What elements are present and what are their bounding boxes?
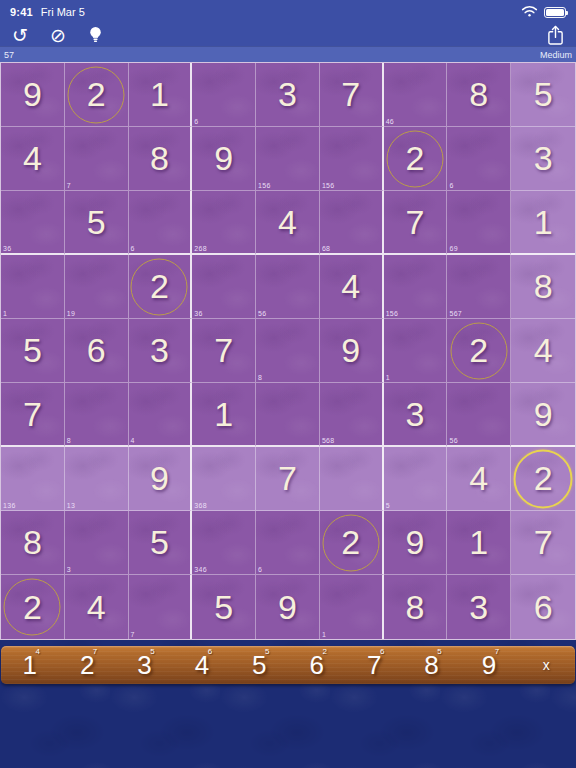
cell-r1c1[interactable]: 9 (1, 63, 65, 127)
cell-r2c3[interactable]: 8 (129, 127, 193, 191)
sudoku-board: 9216374685478915615626336562684687691119… (0, 62, 576, 640)
cell-r1c7[interactable]: 46 (384, 63, 448, 127)
cell-r1c3[interactable]: 1 (129, 63, 193, 127)
pencil-marks: 68 (322, 245, 330, 252)
cell-r2c8[interactable]: 6 (447, 127, 511, 191)
cell-r1c9[interactable]: 5 (511, 63, 575, 127)
cell-value: 4 (65, 575, 128, 639)
date-label: Fri Mar 5 (41, 6, 85, 18)
pencil-marks: 346 (194, 566, 207, 573)
cell-value: 9 (129, 447, 191, 510)
pencil-marks: 567 (449, 310, 462, 317)
cell-r7c6[interactable] (320, 447, 384, 511)
cell-r5c9[interactable]: 4 (511, 319, 575, 383)
cell-value: 9 (511, 383, 575, 445)
digit-placed-count: 4 (35, 647, 39, 656)
cell-r3c5[interactable]: 4 (256, 191, 320, 255)
cell-value: 8 (129, 127, 191, 190)
cell-value: 2 (65, 63, 128, 126)
info-bar: 57 Medium (0, 46, 576, 62)
cell-value: 3 (384, 383, 447, 445)
pencil-marks: 368 (194, 502, 207, 509)
pencil-marks: 7 (67, 182, 71, 189)
cell-value: 7 (511, 511, 575, 574)
cell-r5c1[interactable]: 5 (1, 319, 65, 383)
cell-value: 2 (1, 575, 64, 639)
digit-button-9[interactable]: 97 (460, 646, 517, 684)
cell-r2c7[interactable]: 2 (384, 127, 448, 191)
cell-r2c2[interactable]: 7 (65, 127, 129, 191)
cell-r6c7[interactable]: 3 (384, 383, 448, 447)
pencil-marks: 156 (258, 182, 271, 189)
cell-r6c2[interactable]: 8 (65, 383, 129, 447)
cell-r4c4[interactable]: 36 (192, 255, 256, 319)
digit-placed-count: 6 (380, 647, 384, 656)
digit-placed-count: 7 (495, 647, 499, 656)
cell-r7c5[interactable]: 7 (256, 447, 320, 511)
pencil-marks: 1 (322, 631, 326, 638)
cell-value: 2 (447, 319, 510, 382)
cell-r3c1[interactable]: 36 (1, 191, 65, 255)
cell-value: 5 (511, 63, 575, 126)
cell-r5c5[interactable]: 8 (256, 319, 320, 383)
cell-r4c2[interactable]: 19 (65, 255, 129, 319)
cell-value: 3 (256, 63, 319, 126)
pencil-marks: 156 (322, 182, 335, 189)
cell-r5c3[interactable]: 3 (129, 319, 193, 383)
cell-r6c8[interactable]: 56 (447, 383, 511, 447)
pencil-marks: 6 (258, 566, 262, 573)
cell-r7c3[interactable]: 9 (129, 447, 193, 511)
close-pad-button[interactable]: x (518, 646, 575, 684)
cell-r3c9[interactable]: 1 (511, 191, 575, 255)
pencil-marks: 6 (131, 245, 135, 252)
cell-r4c1[interactable]: 1 (1, 255, 65, 319)
cell-value: 8 (447, 63, 510, 126)
pencil-marks: 19 (67, 310, 75, 317)
cell-value: 3 (511, 127, 575, 190)
digit-button-6[interactable]: 62 (288, 646, 345, 684)
wifi-icon (521, 5, 538, 19)
cell-value: 4 (447, 447, 510, 510)
cell-value: 8 (384, 575, 447, 639)
cell-r4c8[interactable]: 567 (447, 255, 511, 319)
cell-value: 7 (384, 191, 447, 253)
pencil-marks: 56 (449, 437, 457, 444)
cell-value: 9 (384, 511, 447, 574)
cell-value: 1 (447, 511, 510, 574)
cell-r5c2[interactable]: 6 (65, 319, 129, 383)
cell-r8c9[interactable]: 7 (511, 511, 575, 575)
cell-value: 3 (129, 319, 191, 382)
cell-r2c1[interactable]: 4 (1, 127, 65, 191)
pencil-marks: 1 (3, 310, 7, 317)
cell-r3c4[interactable]: 268 (192, 191, 256, 255)
cell-r9c9[interactable]: 6 (511, 575, 575, 639)
cell-value: 9 (256, 575, 319, 639)
cell-r9c2[interactable]: 4 (65, 575, 129, 639)
cell-r6c4[interactable]: 1 (192, 383, 256, 447)
cell-r7c8[interactable]: 4 (447, 447, 511, 511)
cell-value: 4 (256, 191, 319, 253)
cell-r9c6[interactable]: 1 (320, 575, 384, 639)
undo-button[interactable]: ↺ (12, 26, 28, 45)
cell-r8c4[interactable]: 346 (192, 511, 256, 575)
erase-button[interactable]: ⊘ (50, 26, 66, 45)
clock: 9:41 (10, 6, 33, 18)
cell-value: 5 (1, 319, 64, 382)
cell-r7c2[interactable]: 13 (65, 447, 129, 511)
cell-value: 3 (447, 575, 510, 639)
counter-label: 57 (4, 50, 14, 60)
digit-button-2[interactable]: 27 (58, 646, 115, 684)
cell-r4c5[interactable]: 56 (256, 255, 320, 319)
cell-r8c3[interactable]: 5 (129, 511, 193, 575)
pencil-marks: 4 (131, 437, 135, 444)
cell-value: 2 (320, 511, 382, 574)
cell-r9c5[interactable]: 9 (256, 575, 320, 639)
pencil-marks: 6 (449, 182, 453, 189)
cell-r1c2[interactable]: 2 (65, 63, 129, 127)
cell-r1c4[interactable]: 6 (192, 63, 256, 127)
digit-placed-count: 7 (93, 647, 97, 656)
digit-placed-count: 5 (265, 647, 269, 656)
pencil-marks: 69 (449, 245, 457, 252)
cell-r6c9[interactable]: 9 (511, 383, 575, 447)
cell-value: 5 (192, 575, 255, 639)
cell-r2c5[interactable]: 156 (256, 127, 320, 191)
pencil-marks: 8 (258, 374, 262, 381)
cell-r5c4[interactable]: 7 (192, 319, 256, 383)
cell-r1c6[interactable]: 7 (320, 63, 384, 127)
cell-r6c6[interactable]: 568 (320, 383, 384, 447)
cell-r3c3[interactable]: 6 (129, 191, 193, 255)
cell-r8c7[interactable]: 9 (384, 511, 448, 575)
cell-r5c7[interactable]: 1 (384, 319, 448, 383)
cell-r9c4[interactable]: 5 (192, 575, 256, 639)
digit-button-5[interactable]: 55 (231, 646, 288, 684)
digit-button-1[interactable]: 14 (1, 646, 58, 684)
cell-value: 4 (1, 127, 64, 190)
pencil-marks: 7 (131, 631, 135, 638)
cell-value: 9 (320, 319, 382, 382)
pencil-marks: 5 (386, 502, 390, 509)
cell-r4c6[interactable]: 4 (320, 255, 384, 319)
cell-r4c3[interactable]: 2 (129, 255, 193, 319)
cell-r9c1[interactable]: 2 (1, 575, 65, 639)
cell-value: 7 (256, 447, 319, 510)
cell-r7c4[interactable]: 368 (192, 447, 256, 511)
cell-r5c8[interactable]: 2 (447, 319, 511, 383)
hint-button[interactable] (88, 25, 103, 45)
cell-r6c1[interactable]: 7 (1, 383, 65, 447)
cell-value: 5 (65, 191, 128, 253)
cell-value: 9 (1, 63, 64, 126)
pencil-marks: 1 (386, 374, 390, 381)
cell-r5c6[interactable]: 9 (320, 319, 384, 383)
cell-r3c2[interactable]: 5 (65, 191, 129, 255)
cell-r6c5[interactable] (256, 383, 320, 447)
pencil-marks: 156 (386, 310, 399, 317)
cell-value: 7 (192, 319, 255, 382)
pencil-marks: 13 (67, 502, 75, 509)
number-pad-area: 142735465562768597x (0, 640, 576, 684)
battery-icon (544, 7, 566, 18)
digit-button-7[interactable]: 76 (345, 646, 402, 684)
cell-value: 8 (511, 255, 575, 318)
cell-value: 2 (129, 255, 191, 318)
cell-r4c9[interactable]: 8 (511, 255, 575, 319)
cell-r9c8[interactable]: 3 (447, 575, 511, 639)
cell-value: 4 (511, 319, 575, 382)
cell-value: 2 (384, 127, 447, 190)
cell-r8c6[interactable]: 2 (320, 511, 384, 575)
cell-r2c9[interactable]: 3 (511, 127, 575, 191)
cell-r8c5[interactable]: 6 (256, 511, 320, 575)
cell-r3c8[interactable]: 69 (447, 191, 511, 255)
cell-r8c8[interactable]: 1 (447, 511, 511, 575)
cell-value: 4 (320, 255, 382, 318)
pencil-marks: 6 (194, 118, 198, 125)
cell-r3c6[interactable]: 68 (320, 191, 384, 255)
cell-value: 5 (129, 511, 191, 574)
cell-r3c7[interactable]: 7 (384, 191, 448, 255)
cell-value: 1 (192, 383, 255, 445)
cell-r9c3[interactable]: 7 (129, 575, 193, 639)
digit-button-8[interactable]: 85 (403, 646, 460, 684)
pencil-marks: 56 (258, 310, 266, 317)
digit-placed-count: 2 (322, 647, 326, 656)
cell-r6c3[interactable]: 4 (129, 383, 193, 447)
cell-r9c7[interactable]: 8 (384, 575, 448, 639)
cell-value: 9 (192, 127, 255, 190)
cell-r1c8[interactable]: 8 (447, 63, 511, 127)
cell-r7c7[interactable]: 5 (384, 447, 448, 511)
cell-value: 1 (511, 191, 575, 253)
cell-value: 7 (1, 383, 64, 445)
pencil-marks: 136 (3, 502, 16, 509)
cell-r2c4[interactable]: 9 (192, 127, 256, 191)
status-bar: 9:41 Fri Mar 5 (0, 0, 576, 24)
pencil-marks: 46 (386, 118, 394, 125)
cell-r1c5[interactable]: 3 (256, 63, 320, 127)
cell-value: 6 (65, 319, 128, 382)
difficulty-label: Medium (540, 50, 572, 60)
cell-r8c1[interactable]: 8 (1, 511, 65, 575)
cell-value: 2 (511, 447, 575, 510)
cell-value: 8 (1, 511, 64, 574)
cell-r7c9[interactable]: 2 (511, 447, 575, 511)
toolbar: ↺ ⊘ (0, 24, 576, 46)
number-pad: 142735465562768597x (1, 646, 575, 684)
cell-r2c6[interactable]: 156 (320, 127, 384, 191)
cell-r8c2[interactable]: 3 (65, 511, 129, 575)
cell-value: 6 (511, 575, 575, 639)
pencil-marks: 568 (322, 437, 335, 444)
cell-value: 7 (320, 63, 382, 126)
digit-placed-count: 5 (150, 647, 154, 656)
digit-placed-count: 6 (208, 647, 212, 656)
pencil-marks: 3 (67, 566, 71, 573)
share-button[interactable] (547, 25, 564, 46)
cell-r7c1[interactable]: 136 (1, 447, 65, 511)
cell-r4c7[interactable]: 156 (384, 255, 448, 319)
pencil-marks: 36 (3, 245, 11, 252)
digit-placed-count: 5 (437, 647, 441, 656)
pencil-marks: 268 (194, 245, 207, 252)
digit-button-3[interactable]: 35 (116, 646, 173, 684)
pencil-marks: 8 (67, 437, 71, 444)
digit-button-4[interactable]: 46 (173, 646, 230, 684)
digit-label: x (543, 657, 550, 673)
cell-value: 1 (129, 63, 191, 126)
pencil-marks: 36 (194, 310, 202, 317)
